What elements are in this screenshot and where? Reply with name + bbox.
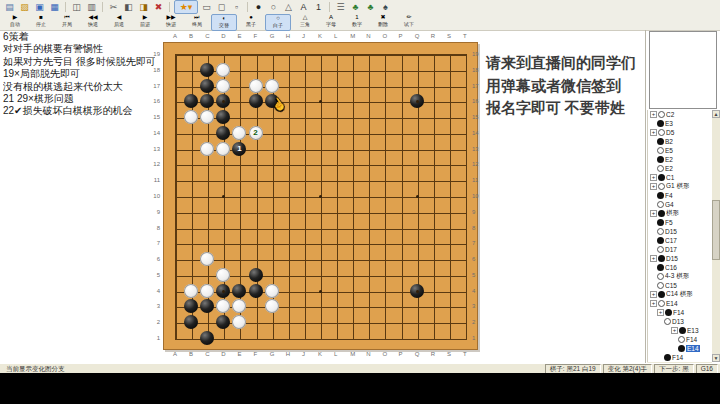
black-stone-C17[interactable]: [200, 79, 214, 93]
note-line: 没有根的棋逃起来代价太大: [3, 81, 155, 93]
cut-icon[interactable]: ✂: [107, 1, 120, 13]
tree-node-E2[interactable]: E2: [648, 155, 713, 164]
coordinate-number: 13: [148, 146, 160, 153]
tool-button-label: 开局: [62, 21, 72, 27]
favorite-dropdown-icon[interactable]: ★▾: [174, 0, 198, 14]
star-point: [416, 195, 419, 198]
coordinate-number: 5: [472, 272, 484, 279]
tool-button-终局[interactable]: ⏭终局: [185, 14, 209, 29]
white-move-icon: [658, 183, 665, 190]
panel-splitter[interactable]: [645, 30, 646, 364]
tool-button-交替[interactable]: ◐交替: [211, 14, 237, 31]
toolbar-separator: [247, 2, 248, 12]
black-move-icon: [657, 264, 664, 271]
coordinate-number: 16: [472, 98, 484, 105]
tree-node-B2[interactable]: B2: [648, 137, 713, 146]
tool-button-自动[interactable]: ▶自动: [3, 14, 27, 29]
tool-button-label: 快退: [88, 21, 98, 27]
coordinate-number: 12: [148, 161, 160, 168]
tool-button-icon: ●: [249, 14, 253, 21]
coordinate-number: 16: [148, 98, 160, 105]
banner-line: 报名字即可 不要带姓: [486, 97, 648, 120]
tree-node-F5[interactable]: F5: [648, 218, 713, 227]
coordinate-letter: L: [334, 351, 337, 358]
game-tree[interactable]: +C2E3+D5B2E5E2E2+C1+G1 棋形F4G4+棋形F5D15C17…: [647, 110, 713, 362]
coordinate-number: 3: [148, 303, 160, 310]
white-move-icon: [657, 246, 664, 253]
toolbar-main: ▤▨▣▦◫▥✂◧◨✖★▾▭◻▫●○△A1☰♣♣♠: [0, 0, 720, 15]
tree-node-C17[interactable]: C17: [648, 236, 713, 245]
tree-node-label: E3: [665, 120, 673, 127]
save-icon[interactable]: ▣: [33, 1, 46, 13]
coordinate-number: 14: [148, 130, 160, 137]
black-stone-F16[interactable]: [249, 94, 263, 108]
note-line: 如果对方先亏目 很多时候脱先即可: [3, 56, 155, 68]
print-icon[interactable]: ◫: [70, 1, 83, 13]
board-view-icon[interactable]: ▭: [200, 1, 213, 13]
coordinate-letter: J: [302, 351, 305, 358]
coordinate-letter: H: [286, 33, 290, 40]
coordinate-letter: E: [237, 351, 241, 358]
tool-button-试下[interactable]: ✏试下: [397, 14, 421, 29]
letter-mark-icon[interactable]: A: [297, 1, 310, 13]
engine-icon[interactable]: ♣: [349, 1, 362, 13]
tree-node-E3[interactable]: E3: [648, 119, 713, 128]
coordinate-letter: P: [399, 33, 403, 40]
coordinate-letter: N: [366, 33, 370, 40]
tree-node-label: E5: [665, 147, 673, 154]
paste-icon[interactable]: ◨: [137, 1, 150, 13]
white-stone-D13[interactable]: [216, 142, 230, 156]
tool-button-icon: ◀: [117, 14, 122, 21]
tree-node-label: F14: [672, 354, 683, 361]
lesson-notes: 6策着对对手的棋要有警惕性如果对方先亏目 很多时候脱先即可19×局部脱先即可没有…: [3, 31, 155, 118]
black-move-icon: [678, 345, 685, 352]
tree-node-E5[interactable]: E5: [648, 146, 713, 155]
tool-button-icon: ▶: [143, 14, 148, 21]
coordinate-number: 8: [148, 225, 160, 232]
tool-button-icon: 1: [355, 14, 358, 21]
scroll-arrow-icon[interactable]: ▲: [712, 110, 720, 118]
banner-line: 请来到直播间的同学们: [486, 52, 648, 75]
scrollbar-thumb[interactable]: [712, 200, 720, 260]
tool-button-icon: ✖: [380, 14, 385, 21]
note-line: 21 29×棋形问题: [3, 93, 155, 105]
tree-node-label: D13: [672, 318, 684, 325]
black-stone-F4[interactable]: [249, 284, 263, 298]
white-move-icon: [657, 201, 664, 208]
coordinate-number: 15: [472, 114, 484, 121]
coordinate-letter: B: [189, 351, 193, 358]
coordinate-letter: A: [173, 33, 177, 40]
coordinate-number: 6: [148, 256, 160, 263]
tool-button-icon: ○: [276, 15, 280, 22]
scroll-arrow-icon[interactable]: ▼: [712, 354, 720, 362]
tree-node-C16[interactable]: C16: [648, 263, 713, 272]
tool-button-label: 前进: [140, 21, 150, 27]
tool-button-后退[interactable]: ◀后退: [107, 14, 131, 29]
black-move-icon: [657, 219, 664, 226]
white-move-icon: [678, 336, 685, 343]
tree-node-E2[interactable]: E2: [648, 164, 713, 173]
tree-node-G1 棋形[interactable]: +G1 棋形: [648, 182, 713, 191]
tree-node-label: D15: [666, 255, 678, 262]
star-point: [416, 290, 419, 293]
tree-node-label: E14: [686, 345, 700, 352]
triangle-mark-icon[interactable]: △: [282, 1, 295, 13]
tree-expander-icon[interactable]: +: [650, 255, 657, 262]
black-move-icon: [657, 120, 664, 127]
black-move-icon: [665, 309, 672, 316]
note-line: 6策着: [3, 31, 155, 43]
delete-icon[interactable]: ✖: [152, 1, 165, 13]
coordinate-letter: O: [382, 351, 387, 358]
white-move-icon: [657, 165, 664, 172]
tree-node-E14[interactable]: +E14: [648, 299, 713, 308]
tool-button-label: 终局: [192, 21, 202, 27]
white-stone-F17[interactable]: [249, 79, 263, 93]
tool-button-三角[interactable]: △三角: [293, 14, 317, 29]
white-stone-D17[interactable]: [216, 79, 230, 93]
white-stone-F14[interactable]: 2: [249, 126, 263, 140]
tool-button-label: 试下: [404, 21, 414, 27]
coordinate-number: 6: [472, 256, 484, 263]
tree-node-label: E2: [665, 156, 673, 163]
tree-node-G4[interactable]: G4: [648, 200, 713, 209]
tree-expander-icon[interactable]: +: [650, 183, 657, 190]
tree-expander-icon[interactable]: +: [650, 210, 657, 217]
coordinate-number: 9: [148, 209, 160, 216]
save-all-icon[interactable]: ▦: [48, 1, 61, 13]
tree-node-label: C1: [666, 174, 674, 181]
number-mark-icon[interactable]: 1: [312, 1, 325, 13]
coordinate-number: 14: [472, 130, 484, 137]
tree-node-D5[interactable]: +D5: [648, 128, 713, 137]
coordinate-letter: B: [189, 33, 193, 40]
tree-node-label: C2: [666, 111, 674, 118]
tool-button-前进[interactable]: ▶前进: [133, 14, 157, 29]
tool-button-icon: ■: [39, 14, 43, 21]
coordinate-letter: F: [254, 351, 258, 358]
coordinate-letter: T: [463, 33, 467, 40]
black-move-icon: [658, 210, 665, 217]
coordinate-letter: T: [463, 351, 467, 358]
white-move-icon: [658, 111, 665, 118]
note-line: 19×局部脱先即可: [3, 68, 155, 80]
tree-expander-icon[interactable]: +: [650, 300, 657, 307]
black-move-icon: [658, 255, 665, 262]
coordinate-letter: K: [318, 33, 322, 40]
tool-button-label: 黑子: [246, 21, 256, 27]
coordinate-letter: S: [447, 351, 451, 358]
coordinate-number: 13: [472, 146, 484, 153]
coordinate-letter: M: [350, 33, 355, 40]
tree-node-label: C16: [665, 264, 677, 271]
analyze-icon[interactable]: ♠: [379, 1, 392, 13]
tool-button-icon: ▶▶: [166, 14, 175, 21]
tool-button-label: 白子: [273, 22, 283, 28]
tool-button-label: 自动: [10, 21, 20, 27]
white-move-icon: [657, 228, 664, 235]
black-move-icon: [657, 156, 664, 163]
tool-button-停止[interactable]: ■停止: [29, 14, 53, 29]
white-stone-C4[interactable]: [200, 284, 214, 298]
coordinate-number: 9: [472, 209, 484, 216]
tool-button-数字[interactable]: 1数字: [345, 14, 369, 29]
tool-button-label: 字母: [326, 21, 336, 27]
white-move-icon: [657, 282, 664, 289]
coordinate-number: 1: [148, 335, 160, 342]
tool-button-icon: ⏭: [194, 14, 199, 21]
black-move-icon: [658, 174, 665, 181]
stream-banner-text: 请来到直播间的同学们用弹幕或者微信签到报名字即可 不要带姓: [486, 52, 648, 120]
white-stone-B4[interactable]: [184, 284, 198, 298]
black-stone-icon[interactable]: ●: [252, 1, 265, 13]
engine2-icon[interactable]: ♣: [364, 1, 377, 13]
tree-node-E14[interactable]: E14: [648, 344, 713, 353]
coordinate-number: 15: [148, 114, 160, 121]
coordinate-number: 19: [148, 51, 160, 58]
black-stone-F5[interactable]: [249, 268, 263, 282]
zoom-view-icon[interactable]: ◻: [215, 1, 228, 13]
tree-node-4-3 棋形[interactable]: 4-3 棋形: [648, 272, 713, 281]
tree-node-E13[interactable]: +E13: [648, 326, 713, 335]
tree-expander-icon[interactable]: +: [650, 291, 657, 298]
black-move-icon: [658, 291, 665, 298]
tree-node-label: C17: [665, 237, 677, 244]
note-line: 22✔损失破坏白棋棋形的机会: [3, 105, 155, 117]
tree-expander-icon[interactable]: +: [657, 309, 664, 316]
coordinate-number: 8: [472, 225, 484, 232]
note-line: 对对手的棋要有警惕性: [3, 43, 155, 55]
tool-button-icon: ✏: [406, 14, 411, 21]
white-move-icon: [658, 300, 665, 307]
white-move-icon: [657, 273, 664, 280]
tree-node-label: D17: [665, 246, 677, 253]
white-stone-icon[interactable]: ○: [267, 1, 280, 13]
coordinate-letter: C: [205, 33, 209, 40]
coordinate-number: 17: [472, 83, 484, 90]
tool-button-label: 数字: [352, 21, 362, 27]
app-window: ▤▨▣▦◫▥✂◧◨✖★▾▭◻▫●○△A1☰♣♣♠ ▶自动■停止⏮开局◀◀快退◀后…: [0, 0, 720, 404]
black-move-icon: [664, 354, 671, 361]
coordinate-letter: H: [286, 351, 290, 358]
tree-node-label: E14: [666, 300, 678, 307]
tree-node-label: F14: [673, 309, 684, 316]
coordinate-number: 19: [472, 51, 484, 58]
coordinate-letter: F: [254, 33, 258, 40]
tool-button-label: 交替: [219, 22, 229, 28]
tool-button-icon: ◀◀: [88, 14, 97, 21]
tool-button-删除[interactable]: ✖删除: [371, 14, 395, 29]
coordinate-letter: O: [382, 33, 387, 40]
toolbar-separator: [169, 2, 170, 12]
coordinate-number: 4: [148, 288, 160, 295]
move-number-label: 2: [253, 129, 257, 137]
tree-node-label: F4: [665, 192, 673, 199]
coordinate-letter: L: [334, 33, 337, 40]
coordinate-letter: M: [350, 351, 355, 358]
tree-node-棋形[interactable]: +棋形: [648, 209, 713, 218]
tree-node-label: C15: [665, 282, 677, 289]
black-stone-C18[interactable]: [200, 63, 214, 77]
white-move-icon: [664, 318, 671, 325]
tree-node-label: E2: [665, 165, 673, 172]
white-move-icon: [658, 129, 665, 136]
white-stone-C13[interactable]: [200, 142, 214, 156]
coordinate-letter: E: [237, 33, 241, 40]
tool-button-icon: ⏮: [64, 14, 69, 21]
tree-node-D13[interactable]: D13: [648, 317, 713, 326]
tree-node-C15[interactable]: C15: [648, 281, 713, 290]
tool-button-icon: ▶: [13, 14, 18, 21]
comment-box[interactable]: [649, 31, 717, 109]
tool-button-开局[interactable]: ⏮开局: [55, 14, 79, 29]
coordinate-number: 17: [148, 83, 160, 90]
coordinate-letter: P: [399, 351, 403, 358]
move-number-label: 1: [237, 145, 241, 153]
tool-button-label: 后退: [114, 21, 124, 27]
tool-button-icon: A: [329, 14, 333, 21]
white-stone-D18[interactable]: [216, 63, 230, 77]
white-stone-G4[interactable]: [265, 284, 279, 298]
tree-node-label: 棋形: [666, 209, 679, 218]
black-move-icon: [657, 237, 664, 244]
coordinate-number: 11: [148, 177, 160, 184]
tree-node-label: C14 棋形: [666, 290, 693, 299]
coordinate-number: 10: [148, 193, 160, 200]
banner-line: 用弹幕或者微信签到: [486, 75, 648, 98]
tree-node-label: F14: [686, 336, 697, 343]
tree-node-label: D15: [665, 228, 677, 235]
tree-node-label: D5: [666, 129, 674, 136]
coordinate-number: 1: [472, 335, 484, 342]
coordinate-letter: K: [318, 351, 322, 358]
tool-button-快进[interactable]: ▶▶快进: [159, 14, 183, 29]
tree-node-F14[interactable]: F14: [648, 353, 713, 362]
coordinate-letter: C: [205, 351, 209, 358]
tree-expander-icon[interactable]: +: [650, 174, 657, 181]
copy-icon[interactable]: ◧: [122, 1, 135, 13]
new-file-icon[interactable]: ▤: [3, 1, 16, 13]
tree-node-D15[interactable]: +D15: [648, 254, 713, 263]
coordinate-letter: R: [431, 33, 435, 40]
toolbar-separator: [65, 2, 66, 12]
coordinate-letter: R: [431, 351, 435, 358]
tree-node-label: B2: [665, 138, 673, 145]
coordinate-number: 11: [472, 177, 484, 184]
tool-button-字母[interactable]: A字母: [319, 14, 343, 29]
tree-view-icon[interactable]: ☰: [334, 1, 347, 13]
toolbar-separator: [329, 2, 330, 12]
tool-button-icon: ◐: [222, 15, 226, 22]
letterbox-bar: [0, 373, 720, 404]
coordinate-number: 7: [472, 240, 484, 247]
tree-node-F4[interactable]: F4: [648, 191, 713, 200]
coordinate-number: 7: [148, 240, 160, 247]
tree-expander-icon[interactable]: +: [650, 129, 657, 136]
tool-button-label: 三角: [300, 21, 310, 27]
tree-node-label: F5: [665, 219, 673, 226]
coordinate-letter: S: [447, 33, 451, 40]
coordinate-number: 4: [472, 288, 484, 295]
coordinate-number: 18: [472, 67, 484, 74]
tree-node-C1[interactable]: +C1: [648, 173, 713, 182]
star-point: [319, 290, 322, 293]
open-folder-icon[interactable]: ▨: [18, 1, 31, 13]
tool-button-白子[interactable]: ○白子: [265, 14, 291, 31]
status-message: 当前显示变化图分支: [2, 365, 69, 373]
toolbar-separator: [102, 2, 103, 12]
toolbar-tools: ▶自动■停止⏮开局◀◀快退◀后退▶前进▶▶快进⏭终局◐交替●黑子○白子△三角A字…: [0, 14, 720, 31]
coordinate-letter: G: [270, 33, 275, 40]
coordinate-number: 2: [148, 319, 160, 326]
coordinate-letter: G: [270, 351, 275, 358]
white-stone-G17[interactable]: [265, 79, 279, 93]
tree-node-C14 棋形[interactable]: +C14 棋形: [648, 290, 713, 299]
tree-node-F14[interactable]: +F14: [648, 308, 713, 317]
coordinate-number: 12: [472, 161, 484, 168]
tree-node-D15[interactable]: D15: [648, 227, 713, 236]
coordinate-letter: A: [173, 351, 177, 358]
tool-button-label: 删除: [378, 21, 388, 27]
tool-button-icon: △: [303, 14, 308, 21]
coordinate-letter: J: [302, 33, 305, 40]
tree-node-label: G4: [665, 201, 674, 208]
coordinate-number: 5: [148, 272, 160, 279]
tool-button-label: 快进: [166, 21, 176, 27]
coordinate-letter: Q: [415, 33, 420, 40]
black-move-icon: [657, 138, 664, 145]
tree-node-label: E13: [687, 327, 699, 334]
tree-expander-icon[interactable]: +: [671, 327, 678, 334]
coordinate-letter: D: [221, 351, 225, 358]
white-move-icon: [657, 147, 664, 154]
black-move-icon: [657, 192, 664, 199]
tree-node-F14[interactable]: F14: [648, 335, 713, 344]
tree-node-label: 4-3 棋形: [665, 272, 689, 281]
coordinate-number: 3: [472, 303, 484, 310]
coordinate-letter: D: [221, 33, 225, 40]
preview-icon[interactable]: ▥: [85, 1, 98, 13]
coordinate-number: 10: [472, 193, 484, 200]
tool-button-label: 停止: [36, 21, 46, 27]
quarter-view-icon[interactable]: ▫: [230, 1, 243, 13]
star-point: [319, 195, 322, 198]
coordinate-number: 2: [472, 319, 484, 326]
coordinate-number: 18: [148, 67, 160, 74]
black-move-icon: [679, 327, 686, 334]
coordinate-letter: N: [366, 351, 370, 358]
tree-expander-icon[interactable]: +: [650, 111, 657, 118]
coordinate-letter: Q: [415, 351, 420, 358]
tool-button-快退[interactable]: ◀◀快退: [81, 14, 105, 29]
tree-node-label: G1 棋形: [666, 182, 689, 191]
tree-node-D17[interactable]: D17: [648, 245, 713, 254]
tool-button-黑子[interactable]: ●黑子: [239, 14, 263, 29]
tree-node-C2[interactable]: +C2: [648, 110, 713, 119]
